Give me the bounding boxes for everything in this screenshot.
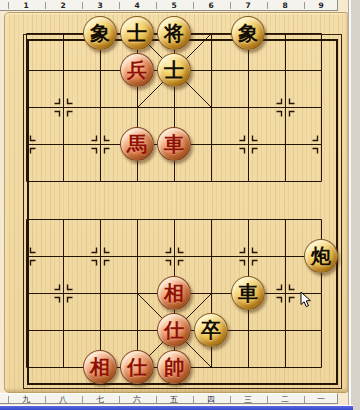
piece-red-仕[interactable]: 仕 bbox=[157, 313, 191, 347]
piece-black-象[interactable]: 象 bbox=[231, 16, 265, 50]
ruler-label: 九 bbox=[16, 395, 36, 404]
piece-red-兵[interactable]: 兵 bbox=[120, 53, 154, 87]
ruler-tick bbox=[82, 2, 83, 9]
ruler-tick bbox=[8, 2, 9, 9]
ruler-label: 七 bbox=[90, 395, 110, 404]
ruler-tick bbox=[267, 2, 268, 9]
piece-red-相[interactable]: 相 bbox=[157, 276, 191, 310]
ruler-label: 1 bbox=[16, 1, 36, 10]
xiangqi-app-window: 123456789 象士将象兵士馬車炮相車仕卒相仕帥 九八七六五四三二一 bbox=[0, 0, 360, 410]
piece-black-士[interactable]: 士 bbox=[120, 16, 154, 50]
piece-red-帥[interactable]: 帥 bbox=[157, 350, 191, 384]
ruler-label: 4 bbox=[127, 1, 147, 10]
ruler-tick bbox=[193, 2, 194, 9]
ruler-label: 四 bbox=[201, 395, 221, 404]
bottom-blue-bar bbox=[0, 405, 353, 410]
ruler-label: 二 bbox=[275, 395, 295, 404]
ruler-tick bbox=[45, 396, 46, 403]
ruler-label: 2 bbox=[53, 1, 73, 10]
ruler-label: 7 bbox=[238, 1, 258, 10]
piece-black-士[interactable]: 士 bbox=[157, 53, 191, 87]
ruler-label: 六 bbox=[127, 395, 147, 404]
mouse-cursor bbox=[300, 291, 312, 308]
ruler-label: 9 bbox=[311, 1, 331, 10]
ruler-tick bbox=[82, 396, 83, 403]
ruler-tick bbox=[8, 396, 9, 403]
top-file-ruler: 123456789 bbox=[0, 0, 338, 11]
piece-red-車[interactable]: 車 bbox=[157, 127, 191, 161]
piece-black-車[interactable]: 車 bbox=[231, 276, 265, 310]
ruler-label: 3 bbox=[90, 1, 110, 10]
piece-black-将[interactable]: 将 bbox=[157, 16, 191, 50]
ruler-tick bbox=[45, 2, 46, 9]
ruler-tick bbox=[230, 396, 231, 403]
right-window-edge bbox=[348, 0, 360, 410]
ruler-label: 一 bbox=[311, 395, 331, 404]
ruler-label: 八 bbox=[53, 395, 73, 404]
ruler-tick bbox=[267, 396, 268, 403]
ruler-tick bbox=[119, 396, 120, 403]
ruler-tick bbox=[304, 396, 305, 403]
ruler-label: 五 bbox=[164, 395, 184, 404]
piece-red-仕[interactable]: 仕 bbox=[120, 350, 154, 384]
ruler-tick bbox=[230, 2, 231, 9]
piece-red-相[interactable]: 相 bbox=[83, 350, 117, 384]
ruler-label: 5 bbox=[164, 1, 184, 10]
piece-red-馬[interactable]: 馬 bbox=[120, 127, 154, 161]
ruler-tick bbox=[304, 2, 305, 9]
ruler-tick bbox=[193, 396, 194, 403]
ruler-label: 三 bbox=[238, 395, 258, 404]
piece-black-象[interactable]: 象 bbox=[83, 16, 117, 50]
ruler-tick bbox=[156, 396, 157, 403]
ruler-tick bbox=[156, 2, 157, 9]
piece-black-炮[interactable]: 炮 bbox=[304, 239, 338, 273]
ruler-tick bbox=[119, 2, 120, 9]
piece-black-卒[interactable]: 卒 bbox=[194, 313, 228, 347]
bottom-file-ruler: 九八七六五四三二一 bbox=[0, 393, 338, 404]
ruler-label: 8 bbox=[275, 1, 295, 10]
ruler-label: 6 bbox=[201, 1, 221, 10]
